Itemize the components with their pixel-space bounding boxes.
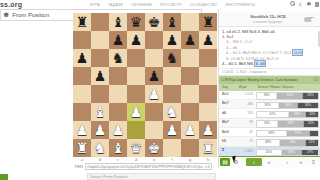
current-move[interactable]: O-O [292, 49, 303, 56]
total-games: 1 821 [235, 149, 253, 153]
square-d7[interactable]: ♟ [127, 31, 145, 49]
black-bishop[interactable]: ♝ [163, 13, 181, 31]
black-percent: 34% [298, 103, 318, 108]
first-move-button[interactable]: « [264, 158, 274, 167]
black-percent: 20% [306, 112, 318, 117]
square-h5[interactable] [199, 67, 217, 85]
explorer-row-Be7[interactable]: Be748636%30%34% [219, 100, 320, 109]
black-pawn[interactable]: ♟ [163, 31, 181, 49]
square-c8[interactable]: ♝ [109, 13, 127, 31]
king-icon: ♚ [3, 10, 9, 20]
black-rook[interactable]: ♜ [199, 13, 217, 31]
explorer-games-count: 98 [235, 120, 253, 124]
draw-percent: 41% [277, 93, 302, 98]
explorer-row-Bc5[interactable]: Bc51 02433%41%26% [219, 91, 320, 100]
file-label: b [91, 157, 109, 162]
white-percent: 36% [257, 103, 279, 108]
info-icon[interactable]: ⓘ [314, 76, 319, 84]
engine-status-line: 1:54:05 · 1. Nc3 · 2 варианта [219, 68, 320, 76]
black-king[interactable]: ♚ [145, 13, 163, 31]
engine-toggle[interactable] [304, 17, 315, 22]
square-d5[interactable] [127, 67, 145, 85]
menu-button[interactable]: ≡ [308, 158, 319, 167]
explorer-row-Bb7[interactable]: Bb79834%42%24% [219, 119, 320, 128]
black-percent: 26% [303, 93, 318, 98]
square-g6[interactable] [181, 49, 199, 67]
result-bar: 33%41%26% [256, 92, 319, 99]
square-e8[interactable]: ♚ [145, 13, 163, 31]
explorer-book-button[interactable]: ▤ [220, 158, 230, 167]
file-label: e [145, 157, 163, 162]
nav-item-1[interactable]: ЗАДАЧИ [108, 3, 123, 7]
square-d2[interactable] [127, 121, 145, 139]
move-list[interactable]: 1. e4 e5 2. Nf3 Nc6 3. Bb5 a64. Ba44... … [219, 27, 320, 68]
white-percent: 40% [257, 150, 282, 155]
explorer-games-count: 155 [235, 111, 253, 115]
lichess-analysis-page: ss.org ИГРАЗАДАЧИОБУЧЕНИЕПРОСМОТРСООБЩЕС… [0, 0, 320, 180]
square-g4[interactable] [181, 85, 199, 103]
square-b5[interactable]: ♟ [91, 67, 109, 85]
square-f2[interactable]: ♟ [163, 121, 181, 139]
square-e2[interactable] [145, 121, 163, 139]
explorer-move[interactable]: Be6 [222, 130, 229, 134]
square-e1[interactable]: ♚ [145, 139, 163, 157]
square-h7[interactable]: ♟ [199, 31, 217, 49]
square-f5[interactable] [163, 67, 181, 85]
square-a6[interactable]: ♟ [73, 49, 91, 67]
square-c4[interactable] [109, 85, 127, 103]
nav-item-4[interactable]: СООБЩЕСТВО [190, 3, 218, 7]
black-pawn[interactable]: ♟ [91, 67, 109, 85]
white-pawn[interactable]: ♟ [163, 121, 181, 139]
nav-item-2[interactable]: ОБУЧЕНИЕ [131, 3, 152, 7]
square-e5[interactable]: ♟ [145, 67, 163, 85]
square-f1[interactable] [163, 139, 181, 157]
result-bar: 36%30%34% [256, 102, 319, 109]
black-percent [310, 131, 318, 136]
square-d8[interactable]: ♛ [127, 13, 145, 31]
square-b2[interactable]: ♟ [91, 121, 109, 139]
fen-row: FEN r1bqkb1r/2pp1ppp/p1n2n2/1p2p3/4P3/1B… [75, 163, 212, 170]
last-move-button[interactable]: » [297, 158, 305, 167]
square-c5[interactable] [109, 67, 127, 85]
draw-percent: 42% [278, 121, 304, 126]
square-d6[interactable] [127, 49, 145, 67]
black-pawn[interactable]: ♟ [199, 31, 217, 49]
black-percent: 21% [306, 140, 318, 145]
black-knight[interactable]: ♞ [109, 49, 127, 67]
square-f6[interactable]: ♞ [163, 49, 181, 67]
square-a5[interactable] [73, 67, 91, 85]
white-bishop[interactable]: ♝ [109, 139, 127, 157]
white-pawn[interactable]: ♟ [91, 121, 109, 139]
analysis-panel: Stockfish 13+ HCE в вашем браузере 1. e4… [218, 9, 320, 169]
black-percent: 27% [302, 150, 318, 155]
white-percent: 33% [257, 93, 277, 98]
square-e4[interactable]: ♟ [145, 85, 163, 103]
square-b1[interactable]: ♞ [91, 139, 109, 157]
explorer-games-count: 486 [235, 102, 253, 106]
square-b7[interactable] [91, 31, 109, 49]
square-f8[interactable]: ♝ [163, 13, 181, 31]
search-icon[interactable] [290, 1, 295, 7]
square-a3[interactable] [73, 103, 91, 121]
white-percent: 38% [257, 140, 280, 145]
square-c6[interactable]: ♞ [109, 49, 127, 67]
white-pawn[interactable]: ♟ [181, 121, 199, 139]
next-move-button[interactable]: › [282, 158, 292, 167]
square-h8[interactable]: ♜ [199, 13, 217, 31]
white-bishop[interactable]: ♝ [91, 103, 109, 121]
white-queen[interactable]: ♛ [127, 139, 145, 157]
result-bar: 49%37% [256, 130, 319, 137]
file-label: c [109, 157, 127, 162]
square-d4[interactable] [127, 85, 145, 103]
white-percent: 52% [257, 112, 289, 117]
white-rook[interactable]: ♜ [73, 139, 91, 157]
feedback-chip[interactable] [0, 174, 8, 180]
square-h4[interactable] [199, 85, 217, 103]
square-h1[interactable]: ♜ [199, 139, 217, 157]
result-bar: 38%41%21% [256, 139, 319, 146]
square-h6[interactable] [199, 49, 217, 67]
prev-move-button[interactable]: ‹ [246, 158, 262, 167]
square-f3[interactable]: ♞ [163, 103, 181, 121]
fen-input[interactable]: r1bqkb1r/2pp1ppp/p1n2n2/1p2p3/4P3/1B1P1N… [85, 163, 212, 170]
move-row-6[interactable]: 4... b5 5. Bb3 Nf6 6. d3 [222, 61, 320, 66]
square-c7[interactable]: ♟ [109, 31, 127, 49]
top-navbar: ss.org ИГРАЗАДАЧИОБУЧЕНИЕПРОСМОТРСООБЩЕС… [0, 0, 320, 9]
file-label: h [199, 157, 217, 162]
square-c3[interactable] [109, 103, 127, 121]
current-move[interactable]: 6. d3 [254, 60, 266, 67]
explorer-row-Be6[interactable]: Be64149%37% [219, 128, 320, 137]
nav-item-0[interactable]: ИГРА [90, 3, 100, 7]
nav-item-5[interactable]: ИНСТРУМЕНТЫ [225, 3, 255, 7]
square-d3[interactable]: ♟ [127, 103, 145, 121]
square-g7[interactable]: ♟ [181, 31, 199, 49]
white-percent: 34% [257, 121, 278, 126]
square-e6[interactable] [145, 49, 163, 67]
challenges-icon[interactable]: ⚔ [298, 1, 303, 7]
draw-percent: 33% [282, 150, 302, 155]
square-a7[interactable] [73, 31, 91, 49]
white-pawn[interactable]: ♟ [145, 85, 163, 103]
black-percent: 24% [304, 121, 318, 126]
explorer-row-h6[interactable]: h61738%41%21% [219, 137, 320, 146]
square-e3[interactable] [145, 103, 163, 121]
square-a2[interactable]: ♟ [73, 121, 91, 139]
square-g3[interactable] [181, 103, 199, 121]
black-pawn[interactable]: ♟ [109, 31, 127, 49]
fen-label: FEN [75, 164, 83, 169]
square-b6[interactable] [91, 49, 109, 67]
draw-percent: 37% [287, 131, 310, 136]
white-pawn[interactable]: ♟ [127, 103, 145, 121]
result-bar: 52%28%20% [256, 111, 319, 118]
opening-name: C78 Ruy Lopez: Morphy Defence, Caro Vari… [219, 76, 320, 84]
white-king[interactable]: ♚ [145, 139, 163, 157]
black-bishop[interactable]: ♝ [109, 13, 127, 31]
black-queen[interactable]: ♛ [127, 13, 145, 31]
black-pawn[interactable]: ♟ [145, 67, 163, 85]
movelist-scrollbar[interactable] [318, 31, 320, 47]
file-label: f [163, 157, 181, 162]
explorer-move[interactable]: Bb7 [222, 120, 229, 124]
explorer-games-count: 41 [235, 130, 253, 134]
white-rook[interactable]: ♜ [199, 139, 217, 157]
black-pawn[interactable]: ♟ [181, 31, 199, 49]
square-a8[interactable]: ♜ [73, 13, 91, 31]
square-g1[interactable] [181, 139, 199, 157]
white-pawn[interactable]: ♟ [199, 121, 217, 139]
white-knight[interactable]: ♞ [163, 103, 181, 121]
file-label: a [73, 157, 91, 162]
black-pawn[interactable]: ♟ [127, 31, 145, 49]
square-a4[interactable] [73, 85, 91, 103]
main-menu: ИГРАЗАДАЧИОБУЧЕНИЕПРОСМОТРСООБЩЕСТВОИНСТ… [90, 3, 255, 7]
square-d1[interactable]: ♛ [127, 139, 145, 157]
white-pawn[interactable]: ♟ [109, 121, 127, 139]
square-b8[interactable] [91, 13, 109, 31]
engine-name: Stockfish 13+ HCE [233, 14, 303, 19]
engine-subtitle: в вашем браузере [233, 20, 303, 24]
square-b3[interactable]: ♝ [91, 103, 109, 121]
square-f7[interactable]: ♟ [163, 31, 181, 49]
site-logo[interactable]: ss.org [0, 1, 22, 8]
explorer-games-count: 17 [235, 139, 253, 143]
draw-percent: 28% [289, 112, 307, 117]
explorer-table: Bc51 02433%41%26%Be748636%30%34%d615552%… [219, 91, 320, 147]
square-g2[interactable]: ♟ [181, 121, 199, 139]
file-label: g [181, 157, 199, 162]
engine-box: Stockfish 13+ HCE в вашем браузере [219, 12, 320, 27]
square-b4[interactable] [91, 85, 109, 103]
file-coordinates: abcdefgh [73, 157, 217, 162]
bell-icon[interactable] [307, 1, 312, 7]
draw-percent: 30% [279, 103, 298, 108]
explorer-row-d6[interactable]: d615552%28%20% [219, 109, 320, 118]
variant-link[interactable]: Variant «From Position» [87, 173, 216, 180]
file-label: d [127, 157, 145, 162]
white-percent: 49% [257, 131, 287, 136]
explorer-move[interactable]: h6 [222, 139, 226, 143]
explorer-move[interactable]: Bc5 [222, 92, 229, 96]
square-g8[interactable] [181, 13, 199, 31]
variant-select-label: From Position [12, 12, 49, 18]
white-pawn[interactable]: ♟ [73, 121, 91, 139]
chess-board[interactable]: ♜♝♛♚♝♜♟♟♟♟♟♟♞♞♟♟♟♝♟♞♟♟♟♟♟♟♜♞♝♛♚♜ [73, 13, 217, 157]
topbar-icons: ⚔ [290, 1, 320, 7]
black-knight[interactable]: ♞ [163, 49, 181, 67]
black-rook[interactable]: ♜ [73, 13, 91, 31]
black-pawn[interactable]: ♟ [73, 49, 91, 67]
nav-item-3[interactable]: ПРОСМОТР [160, 3, 182, 7]
user-menu-icon[interactable] [315, 2, 319, 7]
square-g5[interactable] [181, 67, 199, 85]
white-knight[interactable]: ♞ [91, 139, 109, 157]
square-a1[interactable]: ♜ [73, 139, 91, 157]
explorer-games-count: 1 024 [235, 92, 253, 96]
result-bar: 34%42%24% [256, 120, 319, 127]
total-sigma: Σ [222, 148, 224, 152]
square-h3[interactable] [199, 103, 217, 121]
explorer-move[interactable]: Be7 [222, 101, 229, 105]
square-c1[interactable]: ♝ [109, 139, 127, 157]
square-h2[interactable]: ♟ [199, 121, 217, 139]
draw-percent: 41% [280, 140, 305, 145]
square-c2[interactable]: ♟ [109, 121, 127, 139]
explorer-total-row: Σ1 82140%33%27% [219, 147, 320, 156]
explorer-move[interactable]: d6 [222, 111, 226, 115]
square-f4[interactable] [163, 85, 181, 103]
square-e7[interactable] [145, 31, 163, 49]
